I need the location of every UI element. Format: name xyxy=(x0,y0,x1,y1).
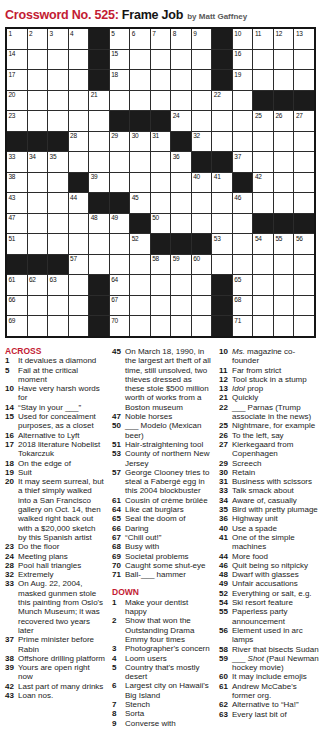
grid-cell[interactable] xyxy=(151,70,171,90)
grid-cell[interactable]: 5 xyxy=(110,29,130,49)
grid-cell[interactable] xyxy=(212,111,232,131)
clue-text: “Stay in your ___” xyxy=(18,403,105,412)
cell-number: 1 xyxy=(9,30,12,37)
grid-cell[interactable] xyxy=(253,132,273,152)
grid-cell[interactable]: 67 xyxy=(110,296,130,316)
clue-item-across-65: 65Seal the doom of xyxy=(112,514,212,523)
grid-cell[interactable]: 49 xyxy=(110,214,130,234)
grid-cell[interactable]: 54 xyxy=(253,234,273,254)
black-square xyxy=(171,234,191,254)
clue-item-across-45: 45On March 18, 1990, in the largest art … xyxy=(112,347,212,412)
grid-cell[interactable]: 24 xyxy=(171,111,191,131)
cell-number: 17 xyxy=(9,71,16,78)
cell-number: 28 xyxy=(70,132,77,139)
cell-number: 4 xyxy=(70,30,73,37)
grid-cell[interactable] xyxy=(151,275,171,295)
grid-cell[interactable]: 60 xyxy=(192,255,212,275)
grid-cell[interactable] xyxy=(69,50,89,70)
grid-cell[interactable] xyxy=(48,234,68,254)
grid-cell[interactable]: 17 xyxy=(7,70,27,90)
grid-cell[interactable] xyxy=(171,193,191,213)
grid-cell[interactable] xyxy=(130,255,150,275)
clue-item-down-4: 4Loom users xyxy=(112,654,212,663)
grid-cell[interactable] xyxy=(192,193,212,213)
clue-number: 39 xyxy=(5,663,18,682)
grid-cell[interactable] xyxy=(253,296,273,316)
clue-item-down-63: 63Every last bit of xyxy=(219,710,319,719)
cell-number: 35 xyxy=(50,153,57,160)
grid-cell[interactable] xyxy=(69,316,89,336)
cell-number: 37 xyxy=(234,153,241,160)
grid-cell[interactable] xyxy=(294,316,314,336)
cell-number: 47 xyxy=(9,214,16,221)
clue-text: Andrew McCabe's former org. xyxy=(232,682,319,701)
grid-cell[interactable]: 22 xyxy=(212,91,232,111)
grid-cell[interactable] xyxy=(28,193,48,213)
grid-cell[interactable] xyxy=(89,255,109,275)
grid-cell[interactable] xyxy=(212,255,232,275)
clue-item-across-24: 24Meeting plans xyxy=(5,552,105,561)
clue-text: Busy with xyxy=(125,542,212,551)
clue-number: 43 xyxy=(5,691,18,700)
cell-number: 65 xyxy=(234,276,241,283)
clue-text: On March 18, 1990, in the largest art th… xyxy=(125,347,212,412)
grid-cell[interactable] xyxy=(110,234,130,254)
grid-cell[interactable] xyxy=(171,316,191,336)
clue-item-down-6: 6Largest city on Hawaii's Big Island xyxy=(112,681,212,700)
grid-cell[interactable] xyxy=(274,275,294,295)
grid-cell[interactable] xyxy=(110,255,130,275)
grid-cell[interactable] xyxy=(294,193,314,213)
clue-item-across-57: 57George Clooney tries to steal a Faberg… xyxy=(112,468,212,496)
grid-cell[interactable] xyxy=(274,255,294,275)
grid-cell[interactable]: 45 xyxy=(130,193,150,213)
grid-cell[interactable] xyxy=(48,91,68,111)
clue-number: 65 xyxy=(112,514,125,523)
grid-cell[interactable] xyxy=(192,214,212,234)
grid-cell[interactable]: 43 xyxy=(7,193,27,213)
grid-cell[interactable] xyxy=(130,275,150,295)
grid-cell[interactable]: 53 xyxy=(212,234,232,254)
grid-cell[interactable]: 62 xyxy=(28,275,48,295)
grid-cell[interactable] xyxy=(48,316,68,336)
grid-cell[interactable] xyxy=(233,214,253,234)
grid-cell[interactable] xyxy=(130,316,150,336)
grid-cell[interactable] xyxy=(274,193,294,213)
grid-cell[interactable]: 69 xyxy=(7,316,27,336)
grid-cell[interactable]: 10 xyxy=(233,29,253,49)
grid-cell[interactable] xyxy=(253,255,273,275)
clue-text: Far from strict xyxy=(232,366,319,375)
clue-item-down-21: 21Quickly xyxy=(219,393,319,402)
grid-cell[interactable] xyxy=(253,152,273,172)
title-series: Crossword No. 525: xyxy=(5,8,119,22)
grid-cell[interactable]: 2 xyxy=(28,29,48,49)
grid-cell[interactable]: 26 xyxy=(274,111,294,131)
clue-text: Make your dentist happy xyxy=(125,598,212,617)
grid-cell[interactable]: 66 xyxy=(7,296,27,316)
clue-item-down-44: 44More food xyxy=(219,552,319,561)
clue-text: 2018 literature Nobelist Tokarczuk xyxy=(18,440,105,459)
grid-cell[interactable] xyxy=(130,50,150,70)
clue-number: 30 xyxy=(219,468,232,477)
grid-cell[interactable] xyxy=(192,111,212,131)
grid-cell[interactable]: 63 xyxy=(48,275,68,295)
grid-cell[interactable] xyxy=(151,91,171,111)
grid-cell[interactable]: 70 xyxy=(110,316,130,336)
clue-item-down-7: 7Stench xyxy=(112,700,212,709)
grid-cell[interactable] xyxy=(253,275,273,295)
grid-cell[interactable]: 38 xyxy=(7,173,27,193)
grid-cell[interactable] xyxy=(171,275,191,295)
grid-cell[interactable] xyxy=(151,152,171,172)
grid-cell[interactable]: 52 xyxy=(130,234,150,254)
grid-cell[interactable] xyxy=(89,234,109,254)
grid-cell[interactable]: 44 xyxy=(69,193,89,213)
grid-cell[interactable]: 36 xyxy=(171,152,191,172)
grid-cell[interactable] xyxy=(294,173,314,193)
grid-cell[interactable]: 34 xyxy=(28,152,48,172)
grid-cell[interactable] xyxy=(130,70,150,90)
clue-text: Prime minister before Rabin xyxy=(18,635,105,654)
clue-text: Loan nos. xyxy=(18,691,105,700)
grid-cell[interactable] xyxy=(192,296,212,316)
cell-number: 2 xyxy=(29,30,32,37)
cell-number: 27 xyxy=(296,112,303,119)
clue-text: Extremely xyxy=(18,570,105,579)
grid-cell[interactable]: 32 xyxy=(192,132,212,152)
cell-number: 32 xyxy=(193,132,200,139)
grid-cell[interactable] xyxy=(151,50,171,70)
cell-number: 53 xyxy=(214,235,221,242)
grid-cell[interactable] xyxy=(192,91,212,111)
grid-cell[interactable]: 64 xyxy=(110,275,130,295)
black-square xyxy=(212,152,232,172)
cell-number: 58 xyxy=(152,255,159,262)
grid-cell[interactable] xyxy=(233,255,253,275)
clue-number: 21 xyxy=(219,393,232,402)
grid-cell[interactable] xyxy=(294,255,314,275)
clue-number: 18 xyxy=(5,459,18,468)
grid-cell[interactable] xyxy=(28,316,48,336)
grid-cell[interactable] xyxy=(28,70,48,90)
grid-cell[interactable]: 39 xyxy=(89,173,109,193)
cell-number: 71 xyxy=(234,317,241,324)
grid-cell[interactable]: 59 xyxy=(171,255,191,275)
grid-cell[interactable] xyxy=(171,91,191,111)
grid-cell[interactable]: 58 xyxy=(151,255,171,275)
grid-cell[interactable] xyxy=(69,296,89,316)
grid-cell[interactable] xyxy=(48,296,68,316)
grid-cell[interactable] xyxy=(274,316,294,336)
grid-cell[interactable] xyxy=(28,173,48,193)
grid-cell[interactable]: 19 xyxy=(233,70,253,90)
grid-cell[interactable] xyxy=(274,132,294,152)
grid-cell[interactable]: 56 xyxy=(294,234,314,254)
grid-cell[interactable] xyxy=(48,214,68,234)
clue-item-across-50: 50___ Modelo (Mexican beer) xyxy=(112,421,212,440)
grid-cell[interactable]: 15 xyxy=(110,50,130,70)
grid-cell[interactable] xyxy=(171,214,191,234)
grid-cell[interactable] xyxy=(69,152,89,172)
grid-cell[interactable]: 13 xyxy=(294,29,314,49)
grid-cell[interactable]: 41 xyxy=(212,173,232,193)
grid-cell[interactable] xyxy=(28,234,48,254)
grid-cell[interactable] xyxy=(233,132,253,152)
cell-number: 62 xyxy=(29,276,36,283)
clue-item-across-64: 64Like cat burglars xyxy=(112,505,212,514)
clue-text: Tool stuck in a stump xyxy=(232,375,319,384)
cell-number: 9 xyxy=(193,30,196,37)
clue-number: 35 xyxy=(219,505,232,514)
grid-cell[interactable] xyxy=(233,234,253,254)
black-square xyxy=(212,296,232,316)
grid-cell[interactable] xyxy=(192,275,212,295)
grid-cell[interactable] xyxy=(294,275,314,295)
clue-text: Fail at the critical moment xyxy=(18,366,105,385)
grid-cell[interactable]: 20 xyxy=(7,91,27,111)
grid-cell[interactable] xyxy=(192,70,212,90)
clue-item-down-61: 61Andrew McCabe's former org. xyxy=(219,682,319,701)
grid-cell[interactable] xyxy=(48,111,68,131)
clue-number: 40 xyxy=(219,524,232,533)
grid-cell[interactable] xyxy=(48,173,68,193)
clue-item-across-42: 42Last part of many drinks xyxy=(5,682,105,691)
grid-cell[interactable] xyxy=(69,70,89,90)
grid-cell[interactable] xyxy=(110,173,130,193)
cell-number: 46 xyxy=(234,194,241,201)
grid-cell[interactable] xyxy=(233,91,253,111)
grid-cell[interactable]: 40 xyxy=(192,173,212,193)
clue-number: 56 xyxy=(219,626,232,645)
cell-number: 23 xyxy=(9,112,16,119)
clue-item-across-5: 5Fail at the critical moment xyxy=(5,366,105,385)
cell-number: 52 xyxy=(132,235,139,242)
black-square xyxy=(212,50,232,70)
clue-number: 64 xyxy=(112,505,125,514)
grid-cell[interactable] xyxy=(171,70,191,90)
clue-item-down-9: 9Converse with xyxy=(112,719,212,728)
grid-cell[interactable] xyxy=(294,152,314,172)
grid-cell[interactable]: 6 xyxy=(130,29,150,49)
grid-cell[interactable] xyxy=(274,296,294,316)
grid-cell[interactable]: 18 xyxy=(110,70,130,90)
clue-number: 5 xyxy=(112,663,125,682)
clue-number: 57 xyxy=(112,468,125,496)
clue-item-across-18: 18On the edge of xyxy=(5,459,105,468)
cell-number: 12 xyxy=(275,30,282,37)
clue-number: 62 xyxy=(219,700,232,709)
grid-cell[interactable] xyxy=(294,296,314,316)
grid-cell[interactable] xyxy=(253,193,273,213)
grid-cell[interactable]: 21 xyxy=(89,91,109,111)
grid-cell[interactable]: 61 xyxy=(7,275,27,295)
grid-cell[interactable] xyxy=(110,152,130,172)
grid-cell[interactable]: 3 xyxy=(48,29,68,49)
clue-item-across-28: 28Pool hall triangles xyxy=(5,561,105,570)
clue-number: 17 xyxy=(5,440,18,459)
grid-cell[interactable] xyxy=(151,193,171,213)
cell-number: 6 xyxy=(132,30,135,37)
clue-number: 44 xyxy=(219,552,232,561)
clue-number: 51 xyxy=(112,440,125,449)
grid-cell[interactable] xyxy=(253,70,273,90)
grid-cell[interactable]: 28 xyxy=(69,132,89,152)
grid-cell[interactable] xyxy=(212,132,232,152)
grid-cell[interactable] xyxy=(69,275,89,295)
grid-cell[interactable] xyxy=(253,316,273,336)
clue-item-down-25: 25Nightmare, for example xyxy=(219,421,319,430)
clue-number: 33 xyxy=(219,486,232,495)
grid-cell[interactable] xyxy=(28,296,48,316)
grid-cell[interactable] xyxy=(69,111,89,131)
grid-cell[interactable]: 29 xyxy=(110,132,130,152)
grid-cell[interactable]: 1 xyxy=(7,29,27,49)
clue-text: Sorta xyxy=(125,709,212,718)
clue-item-down-11: 11Far from strict xyxy=(219,366,319,375)
clue-item-down-30: 30Retain xyxy=(219,468,319,477)
clue-text: Country that's mostly desert xyxy=(125,663,212,682)
black-square xyxy=(151,234,171,254)
grid-cell[interactable] xyxy=(212,214,232,234)
grid-cell[interactable] xyxy=(89,111,109,131)
clue-item-across-19: 19Suit xyxy=(5,468,105,477)
grid-cell[interactable] xyxy=(171,296,191,316)
grid-cell[interactable] xyxy=(69,234,89,254)
black-square xyxy=(89,29,109,49)
grid-cell[interactable]: 30 xyxy=(130,132,150,152)
grid-cell[interactable]: 9 xyxy=(192,29,212,49)
clue-text: Dwarf with glasses xyxy=(232,570,319,579)
page-title: Crossword No. 525:Frame Jobby Matt Gaffn… xyxy=(0,0,320,27)
grid-cell[interactable] xyxy=(274,173,294,193)
grid-cell[interactable]: 48 xyxy=(89,214,109,234)
grid-cell[interactable]: 55 xyxy=(274,234,294,254)
grid-cell[interactable]: 57 xyxy=(69,255,89,275)
grid-cell[interactable]: 25 xyxy=(253,111,273,131)
grid-cell[interactable] xyxy=(294,70,314,90)
grid-cell[interactable]: 33 xyxy=(7,152,27,172)
clue-text: Yours are open right now xyxy=(18,663,105,682)
grid-cell[interactable] xyxy=(171,50,191,70)
clue-text: Alternative to Lyft xyxy=(18,431,105,440)
clue-item-across-32: 32Extremely xyxy=(5,570,105,579)
cell-number: 54 xyxy=(255,235,262,242)
grid-cell[interactable]: 51 xyxy=(7,234,27,254)
grid-cell[interactable] xyxy=(253,50,273,70)
grid-cell[interactable] xyxy=(48,50,68,70)
grid-cell[interactable] xyxy=(48,70,68,90)
grid-cell[interactable]: 71 xyxy=(233,316,253,336)
crossword-grid: 1234567891011121314151617181920212223242… xyxy=(7,29,314,336)
grid-cell[interactable]: 14 xyxy=(7,50,27,70)
grid-cell[interactable] xyxy=(89,152,109,172)
clue-text: On Aug. 22, 2004, masked gunmen stole th… xyxy=(18,579,105,635)
grid-cell[interactable]: 12 xyxy=(274,29,294,49)
grid-cell[interactable] xyxy=(69,91,89,111)
grid-cell[interactable]: 50 xyxy=(151,214,171,234)
grid-cell[interactable] xyxy=(130,91,150,111)
grid-cell[interactable]: 42 xyxy=(253,173,273,193)
grid-cell[interactable] xyxy=(69,214,89,234)
cell-number: 31 xyxy=(152,132,159,139)
grid-cell[interactable]: 65 xyxy=(233,275,253,295)
grid-cell[interactable]: 4 xyxy=(69,29,89,49)
grid-cell[interactable] xyxy=(130,152,150,172)
cell-number: 61 xyxy=(9,276,16,283)
grid-cell[interactable] xyxy=(192,50,212,70)
cell-number: 43 xyxy=(9,194,16,201)
grid-cell[interactable] xyxy=(151,296,171,316)
clue-text: ___ Shot (Paul Newman hockey movie) xyxy=(232,654,319,673)
grid-cell[interactable] xyxy=(89,132,109,152)
grid-cell[interactable] xyxy=(274,50,294,70)
grid-cell[interactable]: 68 xyxy=(233,296,253,316)
grid-cell[interactable]: 23 xyxy=(7,111,27,131)
clue-item-across-1: 1It devalues a diamond xyxy=(5,356,105,365)
black-square xyxy=(110,193,130,213)
grid-cell[interactable] xyxy=(171,173,191,193)
grid-cell[interactable]: 27 xyxy=(294,111,314,131)
grid-cell[interactable]: 46 xyxy=(233,193,253,213)
cell-number: 44 xyxy=(70,194,77,201)
cell-number: 51 xyxy=(9,235,16,242)
grid-cell[interactable] xyxy=(274,152,294,172)
clue-number: 50 xyxy=(112,421,125,440)
grid-cell[interactable]: 7 xyxy=(151,29,171,49)
grid-cell[interactable] xyxy=(28,91,48,111)
grid-cell[interactable] xyxy=(28,50,48,70)
black-square xyxy=(274,214,294,234)
grid-cell[interactable] xyxy=(151,316,171,336)
cell-number: 11 xyxy=(255,30,261,37)
grid-cell[interactable] xyxy=(130,173,150,193)
clue-text: Screech xyxy=(232,459,319,468)
grid-cell[interactable] xyxy=(294,132,314,152)
grid-cell[interactable] xyxy=(192,316,212,336)
grid-cell[interactable] xyxy=(151,173,171,193)
grid-cell[interactable] xyxy=(274,70,294,90)
clue-number: 6 xyxy=(112,681,125,700)
grid-cell[interactable]: 16 xyxy=(233,50,253,70)
grid-cell[interactable] xyxy=(48,193,68,213)
grid-cell[interactable] xyxy=(212,193,232,213)
grid-cell[interactable] xyxy=(28,214,48,234)
grid-cell[interactable]: 37 xyxy=(233,152,253,172)
clue-number: 45 xyxy=(112,347,125,412)
grid-cell[interactable] xyxy=(233,111,253,131)
grid-cell[interactable]: 31 xyxy=(151,132,171,152)
grid-cell[interactable] xyxy=(110,91,130,111)
clue-item-down-46: 46Quit being so nitpicky xyxy=(219,561,319,570)
grid-cell[interactable]: 35 xyxy=(48,152,68,172)
clue-item-across-66: 66Daring xyxy=(112,524,212,533)
grid-cell[interactable] xyxy=(294,50,314,70)
grid-cell[interactable]: 47 xyxy=(7,214,27,234)
grid-cell[interactable]: 11 xyxy=(253,29,273,49)
clue-item-across-39: 39Yours are open right now xyxy=(5,663,105,682)
grid-cell[interactable] xyxy=(28,111,48,131)
clue-item-down-62: 62Alternative to “Ha!” xyxy=(219,700,319,709)
grid-cell[interactable]: 8 xyxy=(171,29,191,49)
clue-number: 15 xyxy=(5,412,18,431)
black-square xyxy=(294,214,314,234)
clue-number: 4 xyxy=(112,654,125,663)
black-square xyxy=(110,111,130,131)
grid-cell[interactable] xyxy=(130,296,150,316)
clue-item-down-27: 27Kierkegaard from Copenhagen xyxy=(219,440,319,459)
clue-text: Ball-___ hammer xyxy=(125,570,212,579)
